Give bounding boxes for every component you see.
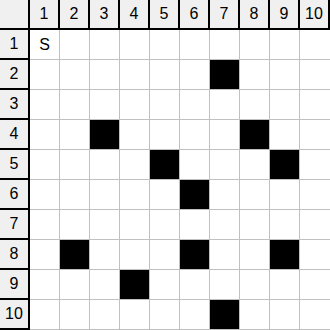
row-header-7: 7	[0, 210, 30, 240]
cell-2-6[interactable]	[180, 60, 210, 90]
cell-2-2[interactable]	[60, 60, 90, 90]
cell-5-6[interactable]	[180, 150, 210, 180]
cell-9-5[interactable]	[150, 270, 180, 300]
cell-7-3[interactable]	[90, 210, 120, 240]
cell-6-2[interactable]	[60, 180, 90, 210]
cell-6-1[interactable]	[30, 180, 60, 210]
col-header-3: 3	[90, 0, 120, 30]
cell-7-9[interactable]	[270, 210, 300, 240]
cell-10-1[interactable]	[30, 300, 60, 330]
cell-10-8[interactable]	[240, 300, 270, 330]
cell-4-2[interactable]	[60, 120, 90, 150]
cell-3-3[interactable]	[90, 90, 120, 120]
cell-7-2[interactable]	[60, 210, 90, 240]
cell-6-4[interactable]	[120, 180, 150, 210]
cell-1-6[interactable]	[180, 30, 210, 60]
corner-cell	[0, 0, 30, 30]
cell-3-4[interactable]	[120, 90, 150, 120]
row-header-8: 8	[0, 240, 30, 270]
cell-6-10[interactable]	[300, 180, 330, 210]
cell-4-9[interactable]	[270, 120, 300, 150]
cell-2-4[interactable]	[120, 60, 150, 90]
cell-9-8[interactable]	[240, 270, 270, 300]
row-header-9: 9	[0, 270, 30, 300]
cell-9-10[interactable]	[300, 270, 330, 300]
cell-6-9[interactable]	[270, 180, 300, 210]
row-header-3: 3	[0, 90, 30, 120]
cell-4-5[interactable]	[150, 120, 180, 150]
blocked-cell-6-6[interactable]	[180, 180, 210, 210]
cell-2-8[interactable]	[240, 60, 270, 90]
cell-6-8[interactable]	[240, 180, 270, 210]
cell-9-3[interactable]	[90, 270, 120, 300]
col-header-8: 8	[240, 0, 270, 30]
cell-8-8[interactable]	[240, 240, 270, 270]
cell-7-8[interactable]	[240, 210, 270, 240]
col-header-9: 9	[270, 0, 300, 30]
cell-3-7[interactable]	[210, 90, 240, 120]
cell-3-1[interactable]	[30, 90, 60, 120]
row-header-10: 10	[0, 300, 30, 330]
cell-2-3[interactable]	[90, 60, 120, 90]
cell-7-7[interactable]	[210, 210, 240, 240]
blocked-cell-8-2[interactable]	[60, 240, 90, 270]
cell-6-7[interactable]	[210, 180, 240, 210]
cell-1-8[interactable]	[240, 30, 270, 60]
cell-7-6[interactable]	[180, 210, 210, 240]
cell-2-9[interactable]	[270, 60, 300, 90]
cell-9-2[interactable]	[60, 270, 90, 300]
cell-5-7[interactable]	[210, 150, 240, 180]
puzzle-board: 123456789101S2345678910	[0, 0, 330, 330]
cell-8-5[interactable]	[150, 240, 180, 270]
cell-3-10[interactable]	[300, 90, 330, 120]
cell-10-4[interactable]	[120, 300, 150, 330]
cell-6-5[interactable]	[150, 180, 180, 210]
row-header-6: 6	[0, 180, 30, 210]
cell-5-1[interactable]	[30, 150, 60, 180]
cell-5-8[interactable]	[240, 150, 270, 180]
cell-9-7[interactable]	[210, 270, 240, 300]
cell-10-10[interactable]	[300, 300, 330, 330]
cell-4-10[interactable]	[300, 120, 330, 150]
row-header-2: 2	[0, 60, 30, 90]
cell-9-1[interactable]	[30, 270, 60, 300]
cell-8-4[interactable]	[120, 240, 150, 270]
cell-5-2[interactable]	[60, 150, 90, 180]
cell-7-10[interactable]	[300, 210, 330, 240]
col-header-10: 10	[300, 0, 330, 30]
row-header-4: 4	[0, 120, 30, 150]
cell-8-1[interactable]	[30, 240, 60, 270]
blocked-cell-4-3[interactable]	[90, 120, 120, 150]
cell-3-2[interactable]	[60, 90, 90, 120]
cell-5-3[interactable]	[90, 150, 120, 180]
col-header-2: 2	[60, 0, 90, 30]
col-header-6: 6	[180, 0, 210, 30]
col-header-7: 7	[210, 0, 240, 30]
start-cell-1-1[interactable]: S	[30, 30, 60, 60]
cell-2-1[interactable]	[30, 60, 60, 90]
cell-9-6[interactable]	[180, 270, 210, 300]
cell-1-7[interactable]	[210, 30, 240, 60]
col-header-5: 5	[150, 0, 180, 30]
cell-2-10[interactable]	[300, 60, 330, 90]
cell-1-3[interactable]	[90, 30, 120, 60]
blocked-cell-4-8[interactable]	[240, 120, 270, 150]
cell-3-5[interactable]	[150, 90, 180, 120]
cell-6-3[interactable]	[90, 180, 120, 210]
blocked-cell-10-7[interactable]	[210, 300, 240, 330]
row-header-1: 1	[0, 30, 30, 60]
cell-4-4[interactable]	[120, 120, 150, 150]
cell-9-9[interactable]	[270, 270, 300, 300]
cell-1-2[interactable]	[60, 30, 90, 60]
cell-1-9[interactable]	[270, 30, 300, 60]
cell-8-3[interactable]	[90, 240, 120, 270]
blocked-cell-5-9[interactable]	[270, 150, 300, 180]
cell-4-7[interactable]	[210, 120, 240, 150]
cell-10-6[interactable]	[180, 300, 210, 330]
cell-3-9[interactable]	[270, 90, 300, 120]
cell-2-5[interactable]	[150, 60, 180, 90]
cell-8-7[interactable]	[210, 240, 240, 270]
cell-7-1[interactable]	[30, 210, 60, 240]
cell-7-4[interactable]	[120, 210, 150, 240]
cell-10-2[interactable]	[60, 300, 90, 330]
cell-1-5[interactable]	[150, 30, 180, 60]
blocked-cell-8-9[interactable]	[270, 240, 300, 270]
cell-8-10[interactable]	[300, 240, 330, 270]
cell-5-4[interactable]	[120, 150, 150, 180]
cell-10-9[interactable]	[270, 300, 300, 330]
row-header-5: 5	[0, 150, 30, 180]
blocked-cell-2-7[interactable]	[210, 60, 240, 90]
cell-10-5[interactable]	[150, 300, 180, 330]
blocked-cell-5-5[interactable]	[150, 150, 180, 180]
cell-3-8[interactable]	[240, 90, 270, 120]
col-header-1: 1	[30, 0, 60, 30]
blocked-cell-9-4[interactable]	[120, 270, 150, 300]
cell-1-10[interactable]	[300, 30, 330, 60]
cell-10-3[interactable]	[90, 300, 120, 330]
cell-1-4[interactable]	[120, 30, 150, 60]
cell-4-1[interactable]	[30, 120, 60, 150]
cell-7-5[interactable]	[150, 210, 180, 240]
col-header-4: 4	[120, 0, 150, 30]
blocked-cell-8-6[interactable]	[180, 240, 210, 270]
cell-3-6[interactable]	[180, 90, 210, 120]
cell-5-10[interactable]	[300, 150, 330, 180]
cell-4-6[interactable]	[180, 120, 210, 150]
